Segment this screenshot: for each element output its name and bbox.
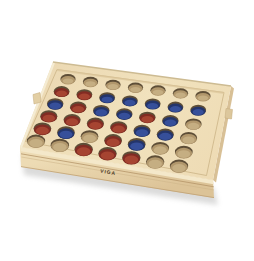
cell-c1-r6-empty-hole[interactable]: [27, 135, 45, 148]
cell-c6-r5-empty-hole[interactable]: [151, 142, 169, 155]
cell-c2-r2-red-disc[interactable]: [76, 89, 92, 100]
product-photo: VIGA: [0, 0, 254, 261]
right-slide-tab: [225, 109, 233, 120]
cell-c6-r6-empty-hole[interactable]: [146, 155, 164, 168]
cell-c2-r5-blue-disc[interactable]: [57, 126, 75, 139]
cell-c7-r3-empty-hole[interactable]: [185, 118, 201, 130]
cell-c5-r1-empty-hole[interactable]: [150, 85, 165, 95]
cell-c5-r5-blue-disc[interactable]: [128, 138, 146, 151]
cell-c5-r2-blue-disc[interactable]: [145, 99, 161, 110]
cell-c1-r3-blue-disc[interactable]: [47, 98, 63, 110]
cell-c3-r6-red-disc[interactable]: [74, 143, 92, 156]
cell-c3-r4-red-disc[interactable]: [87, 118, 104, 130]
cell-c7-r4-empty-hole[interactable]: [180, 132, 197, 144]
cell-c1-r2-red-disc[interactable]: [54, 86, 70, 97]
cell-c2-r1-empty-hole[interactable]: [83, 77, 98, 87]
cell-c7-r5-empty-hole[interactable]: [175, 146, 193, 159]
cell-c7-r6-empty-hole[interactable]: [170, 160, 188, 173]
cell-c1-r1-empty-hole[interactable]: [60, 74, 75, 84]
cell-c7-r1-empty-hole[interactable]: [195, 91, 210, 101]
cell-c2-r4-red-disc[interactable]: [64, 114, 81, 126]
cell-c3-r3-blue-disc[interactable]: [93, 105, 109, 117]
cell-c1-r4-red-disc[interactable]: [40, 110, 57, 122]
connect-four-board-photo: VIGA: [0, 0, 254, 261]
cell-c2-r6-empty-hole[interactable]: [51, 139, 69, 152]
cell-c6-r4-blue-disc[interactable]: [157, 128, 174, 140]
cell-c5-r4-blue-disc[interactable]: [133, 125, 150, 137]
cell-c5-r6-red-disc[interactable]: [122, 151, 140, 164]
cell-c5-r3-red-disc[interactable]: [139, 112, 155, 124]
left-slide-tab: [33, 93, 41, 105]
cell-c4-r1-empty-hole[interactable]: [128, 83, 143, 93]
cell-c4-r4-red-disc[interactable]: [110, 121, 127, 133]
cell-c4-r5-red-disc[interactable]: [104, 134, 122, 147]
cell-c6-r3-blue-disc[interactable]: [162, 115, 178, 127]
cell-c4-r6-red-disc[interactable]: [98, 147, 116, 160]
cell-c2-r3-red-disc[interactable]: [70, 102, 86, 114]
cell-c1-r5-red-disc[interactable]: [34, 122, 52, 135]
cell-c3-r5-empty-hole[interactable]: [81, 130, 99, 143]
cell-c3-r2-blue-disc[interactable]: [99, 92, 115, 103]
cell-c6-r2-blue-disc[interactable]: [168, 102, 184, 113]
cell-c7-r2-blue-disc[interactable]: [190, 105, 206, 116]
cell-c4-r3-blue-disc[interactable]: [116, 108, 132, 120]
cell-c6-r1-empty-hole[interactable]: [173, 88, 188, 98]
cell-c4-r2-blue-disc[interactable]: [122, 95, 138, 106]
cell-c3-r1-empty-hole[interactable]: [105, 80, 120, 90]
